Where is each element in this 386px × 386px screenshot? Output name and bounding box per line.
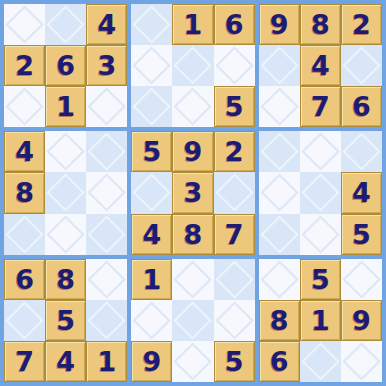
cell-r7c3[interactable] [86, 259, 127, 300]
diamond-icon [133, 5, 171, 43]
cell-r5c1: 8 [4, 172, 45, 213]
cell-r2c4[interactable] [131, 45, 172, 86]
cell-r3c3[interactable] [86, 86, 127, 127]
diamond-icon [133, 88, 171, 126]
cell-r6c2[interactable] [45, 214, 86, 255]
cell-r5c2[interactable] [45, 172, 86, 213]
cell-r9c5[interactable] [172, 341, 213, 382]
diamond-icon [174, 88, 212, 126]
box-r0c1: 165 [131, 4, 254, 127]
cell-r5c6[interactable] [214, 172, 255, 213]
diamond-icon [88, 215, 126, 253]
diamond-icon [133, 46, 171, 84]
diamond-icon [215, 260, 253, 298]
cell-r2c9[interactable] [341, 45, 382, 86]
cell-r1c2[interactable] [45, 4, 86, 45]
cell-r9c2: 4 [45, 341, 86, 382]
cell-r4c7[interactable] [259, 131, 300, 172]
box-r2c1: 195 [131, 259, 254, 382]
cell-r6c4: 4 [131, 214, 172, 255]
cell-r3c2: 1 [45, 86, 86, 127]
diamond-icon [5, 5, 43, 43]
cell-r8c5[interactable] [172, 300, 213, 341]
cell-r1c4[interactable] [131, 4, 172, 45]
cell-r9c9[interactable] [341, 341, 382, 382]
diamond-icon [301, 133, 339, 171]
cell-r8c2: 5 [45, 300, 86, 341]
cell-r3c5[interactable] [172, 86, 213, 127]
box-r2c0: 685741 [4, 259, 127, 382]
cell-r6c1[interactable] [4, 214, 45, 255]
diamond-icon [88, 88, 126, 126]
cell-r8c1[interactable] [4, 300, 45, 341]
diamond-icon [133, 174, 171, 212]
cell-r7c7[interactable] [259, 259, 300, 300]
cell-r9c8[interactable] [300, 341, 341, 382]
cell-r3c7[interactable] [259, 86, 300, 127]
cell-r8c8: 1 [300, 300, 341, 341]
cell-r5c4[interactable] [131, 172, 172, 213]
diamond-icon [342, 260, 380, 298]
diamond-icon [301, 342, 339, 380]
cell-r8c3[interactable] [86, 300, 127, 341]
diamond-icon [5, 88, 43, 126]
cell-r6c8[interactable] [300, 214, 341, 255]
cell-r6c5: 8 [172, 214, 213, 255]
cell-r4c3[interactable] [86, 131, 127, 172]
box-r0c0: 42631 [4, 4, 127, 127]
diamond-icon [174, 260, 212, 298]
cell-r7c6[interactable] [214, 259, 255, 300]
cell-r3c1[interactable] [4, 86, 45, 127]
cell-r1c6: 6 [214, 4, 255, 45]
cell-r3c6: 5 [214, 86, 255, 127]
cell-r5c9: 4 [341, 172, 382, 213]
box-r1c2: 45 [259, 131, 382, 254]
cell-r2c5[interactable] [172, 45, 213, 86]
cell-r6c6: 7 [214, 214, 255, 255]
cell-r6c7[interactable] [259, 214, 300, 255]
cell-r9c4: 9 [131, 341, 172, 382]
cell-r2c1: 2 [4, 45, 45, 86]
box-r1c1: 5923487 [131, 131, 254, 254]
cell-r3c4[interactable] [131, 86, 172, 127]
cell-r3c9: 6 [341, 86, 382, 127]
diamond-icon [215, 301, 253, 339]
diamond-icon [5, 301, 43, 339]
cell-r4c5: 9 [172, 131, 213, 172]
cell-r7c2: 8 [45, 259, 86, 300]
diamond-icon [260, 46, 298, 84]
diamond-icon [342, 342, 380, 380]
cell-r4c4: 5 [131, 131, 172, 172]
diamond-icon [260, 215, 298, 253]
diamond-icon [260, 88, 298, 126]
cell-r9c1: 7 [4, 341, 45, 382]
diamond-icon [260, 174, 298, 212]
diamond-icon [174, 46, 212, 84]
cell-r9c3: 1 [86, 341, 127, 382]
cell-r4c6: 2 [214, 131, 255, 172]
cell-r1c5: 1 [172, 4, 213, 45]
cell-r7c8: 5 [300, 259, 341, 300]
diamond-icon [260, 260, 298, 298]
cell-r4c9[interactable] [341, 131, 382, 172]
box-r0c2: 982476 [259, 4, 382, 127]
cell-r8c4[interactable] [131, 300, 172, 341]
cell-r2c2: 6 [45, 45, 86, 86]
cell-r2c6[interactable] [214, 45, 255, 86]
cell-r9c7: 6 [259, 341, 300, 382]
cell-r2c8: 4 [300, 45, 341, 86]
cell-r4c2[interactable] [45, 131, 86, 172]
cell-r5c3[interactable] [86, 172, 127, 213]
cell-r5c5: 3 [172, 172, 213, 213]
diamond-icon [301, 174, 339, 212]
cell-r5c7[interactable] [259, 172, 300, 213]
cell-r2c7[interactable] [259, 45, 300, 86]
cell-r7c1: 6 [4, 259, 45, 300]
box-r2c2: 58196 [259, 259, 382, 382]
cell-r5c8[interactable] [300, 172, 341, 213]
cell-r8c9: 9 [341, 300, 382, 341]
diamond-icon [174, 342, 212, 380]
diamond-icon [46, 5, 84, 43]
diamond-icon [88, 133, 126, 171]
sudoku-board: 426311659824764859234874568574119558196 [0, 0, 386, 386]
diamond-icon [5, 215, 43, 253]
diamond-icon [88, 174, 126, 212]
diamond-icon [260, 133, 298, 171]
diamond-icon [301, 215, 339, 253]
cell-r7c5[interactable] [172, 259, 213, 300]
cell-r4c1: 4 [4, 131, 45, 172]
cell-r6c9: 5 [341, 214, 382, 255]
cell-r3c8: 7 [300, 86, 341, 127]
cell-r1c9: 2 [341, 4, 382, 45]
cell-r4c8[interactable] [300, 131, 341, 172]
diamond-icon [215, 46, 253, 84]
box-r1c0: 48 [4, 131, 127, 254]
cell-r1c7: 9 [259, 4, 300, 45]
diamond-icon [174, 301, 212, 339]
cell-r9c6: 5 [214, 341, 255, 382]
cell-r1c8: 8 [300, 4, 341, 45]
cell-r2c3: 3 [86, 45, 127, 86]
diamond-icon [88, 260, 126, 298]
cell-r1c3: 4 [86, 4, 127, 45]
diamond-icon [46, 174, 84, 212]
cell-r6c3[interactable] [86, 214, 127, 255]
cell-r7c9[interactable] [341, 259, 382, 300]
diamond-icon [342, 46, 380, 84]
cell-r1c1[interactable] [4, 4, 45, 45]
diamond-icon [215, 174, 253, 212]
diamond-icon [133, 301, 171, 339]
diamond-icon [88, 301, 126, 339]
cell-r8c6[interactable] [214, 300, 255, 341]
diamond-icon [46, 133, 84, 171]
cell-r7c4: 1 [131, 259, 172, 300]
diamond-icon [342, 133, 380, 171]
cell-r8c7: 8 [259, 300, 300, 341]
diamond-icon [46, 215, 84, 253]
